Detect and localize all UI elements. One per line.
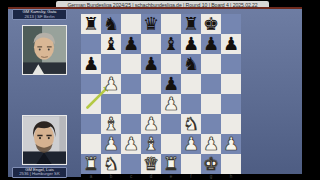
white-bishop-b3: ♝: [103, 114, 119, 134]
file-label-c: c: [121, 174, 141, 180]
square-g6: [201, 54, 221, 74]
square-b7: ♝: [101, 34, 121, 54]
webcam-white-player: [22, 115, 67, 165]
square-c1: [121, 154, 141, 174]
square-d7: [141, 34, 161, 54]
square-g3: [201, 114, 221, 134]
black-pawn-e5: ♟: [163, 74, 179, 94]
file-label-f: f: [181, 174, 201, 180]
black-bishop-e7: ♝: [163, 34, 179, 54]
square-b1: ♞: [101, 154, 121, 174]
black-pawn-g7: ♟: [203, 34, 219, 54]
white-pawn-d3: ♟: [143, 114, 159, 134]
square-f3: ♞: [181, 114, 201, 134]
white-rook-a1: ♜: [83, 154, 99, 174]
square-c3: [121, 114, 141, 134]
black-rook-a8: ♜: [83, 14, 99, 34]
square-a6: ♟: [81, 54, 101, 74]
square-d5: [141, 74, 161, 94]
square-e5: ♟: [161, 74, 181, 94]
square-e2: [161, 134, 181, 154]
square-f8: ♜: [181, 14, 201, 34]
board-area: ♜♞♛♜♚♝♟♝♟♟♟♟♟♞♟♟♟♝♟♞♟♟♝♟♟♟♜♞♛♜♚: [81, 7, 302, 174]
white-king-g1: ♚: [203, 154, 219, 174]
black-player-avatar: [23, 26, 66, 74]
white-pawn-b5: ♟: [103, 74, 119, 94]
white-pawn-b2: ♟: [103, 134, 119, 154]
file-label-g: g: [201, 174, 221, 180]
file-label-a: a: [81, 174, 101, 180]
square-e8: [161, 14, 181, 34]
square-a5: [81, 74, 101, 94]
square-d4: [141, 94, 161, 114]
square-d2: ♝: [141, 134, 161, 154]
chess-board: ♜♞♛♜♚♝♟♝♟♟♟♟♟♞♟♟♟♝♟♞♟♟♝♟♟♟♜♞♛♜♚: [81, 14, 241, 174]
square-e6: [161, 54, 181, 74]
square-e1: ♜: [161, 154, 181, 174]
square-b2: ♟: [101, 134, 121, 154]
white-player-avatar: [23, 116, 66, 164]
square-a1: ♜: [81, 154, 101, 174]
white-player-details: 2536 | Hamburger SK: [19, 172, 59, 176]
white-pawn-c2: ♟: [123, 134, 139, 154]
white-knight-b1: ♞: [103, 154, 119, 174]
broadcast-frame: German Bundesliga 2024/25 | schachbundes…: [0, 0, 320, 180]
black-knight-b8: ♞: [103, 14, 119, 34]
square-g2: ♟: [201, 134, 221, 154]
square-c6: [121, 54, 141, 74]
black-bishop-b7: ♝: [103, 34, 119, 54]
square-g8: ♚: [201, 14, 221, 34]
file-coordinates: a b c d e f g h: [81, 174, 241, 180]
black-pawn-f7: ♟: [183, 34, 199, 54]
square-e4: ♟: [161, 94, 181, 114]
square-b3: ♝: [101, 114, 121, 134]
black-queen-d8: ♛: [143, 14, 159, 34]
square-d6: ♟: [141, 54, 161, 74]
square-h3: [221, 114, 241, 134]
black-pawn-c7: ♟: [123, 34, 139, 54]
black-rook-f8: ♜: [183, 14, 199, 34]
square-c7: ♟: [121, 34, 141, 54]
square-c2: ♟: [121, 134, 141, 154]
black-pawn-d6: ♟: [143, 54, 159, 74]
square-f2: ♟: [181, 134, 201, 154]
square-a7: [81, 34, 101, 54]
square-c8: [121, 14, 141, 34]
file-label-e: e: [161, 174, 181, 180]
white-pawn-g2: ♟: [203, 134, 219, 154]
square-a8: ♜: [81, 14, 101, 34]
square-b6: [101, 54, 121, 74]
square-h1: [221, 154, 241, 174]
square-a2: [81, 134, 101, 154]
players-sidebar: GM Kamsky, Gata 2613 | SF Berlin: [8, 7, 81, 177]
square-a4: [81, 94, 101, 114]
black-pawn-h7: ♟: [223, 34, 239, 54]
file-label-b: b: [101, 174, 121, 180]
square-h8: [221, 14, 241, 34]
black-player-details: 2613 | SF Berlin: [25, 15, 55, 19]
square-b8: ♞: [101, 14, 121, 34]
square-f4: [181, 94, 201, 114]
square-d3: ♟: [141, 114, 161, 134]
square-g1: ♚: [201, 154, 221, 174]
file-label-d: d: [141, 174, 161, 180]
white-pawn-f2: ♟: [183, 134, 199, 154]
white-player-plate: GM Engel, Luis 2536 | Hamburger SK: [12, 167, 67, 178]
white-pawn-e4: ♟: [163, 94, 179, 114]
square-g4: [201, 94, 221, 114]
square-d1: ♛: [141, 154, 161, 174]
white-bishop-d2: ♝: [143, 134, 159, 154]
square-a3: [81, 114, 101, 134]
square-h2: ♟: [221, 134, 241, 154]
square-h7: ♟: [221, 34, 241, 54]
square-b5: ♟: [101, 74, 121, 94]
square-h4: [221, 94, 241, 114]
square-b4: [101, 94, 121, 114]
square-f7: ♟: [181, 34, 201, 54]
square-g5: [201, 74, 221, 94]
square-f6: ♞: [181, 54, 201, 74]
black-knight-f6: ♞: [183, 54, 199, 74]
square-c5: [121, 74, 141, 94]
square-h5: [221, 74, 241, 94]
file-label-h: h: [221, 174, 241, 180]
square-e3: [161, 114, 181, 134]
white-queen-d1: ♛: [143, 154, 159, 174]
square-d8: ♛: [141, 14, 161, 34]
square-c4: [121, 94, 141, 114]
white-knight-f3: ♞: [183, 114, 199, 134]
white-pawn-h2: ♟: [223, 134, 239, 154]
square-e7: ♝: [161, 34, 181, 54]
square-g7: ♟: [201, 34, 221, 54]
black-king-g8: ♚: [203, 14, 219, 34]
black-player-plate: GM Kamsky, Gata 2613 | SF Berlin: [12, 9, 67, 20]
square-f1: [181, 154, 201, 174]
webcam-black-player: [22, 25, 67, 75]
square-f5: [181, 74, 201, 94]
black-pawn-a6: ♟: [83, 54, 99, 74]
white-rook-e1: ♜: [163, 154, 179, 174]
square-h6: [221, 54, 241, 74]
